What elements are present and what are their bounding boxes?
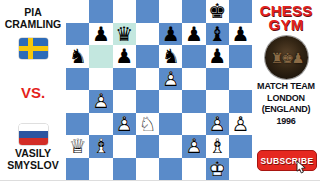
white-pawn-g3: ♟♙ [208, 114, 226, 134]
square-a8 [66, 0, 89, 23]
square-f6 [182, 45, 205, 68]
square-c3: ♟♙ [113, 113, 136, 136]
white-pawn-b4: ♟♙ [92, 91, 110, 111]
square-b6 [89, 45, 112, 68]
event-info: MATCH TEAM LONDON (ENGLAND) 1996 [252, 81, 320, 127]
square-d2 [136, 135, 159, 158]
square-a5 [66, 68, 89, 91]
square-f7: ♟ [182, 23, 205, 46]
square-f5 [182, 68, 205, 91]
black-pawn-b7: ♟ [92, 24, 110, 44]
square-a2: ♛♕ [66, 135, 89, 158]
sweden-flag-icon [19, 38, 48, 59]
white-queen-a2: ♛♕ [69, 136, 87, 156]
square-h1 [229, 158, 252, 181]
square-a6: ♞ [66, 45, 89, 68]
square-c7: ♛ [113, 23, 136, 46]
white-bishop-b2: ♝♗ [92, 136, 110, 156]
square-g8: ♚ [206, 0, 229, 23]
square-f4 [182, 90, 205, 113]
square-d1 [136, 158, 159, 181]
square-e3 [159, 113, 182, 136]
player-top-name-line1: PIA [0, 6, 66, 18]
square-e4 [159, 90, 182, 113]
event-line-1: MATCH TEAM [252, 81, 320, 93]
right-panel: CHESS GYM ♜♚♟ MATCH TEAM LONDON (ENGLAND… [252, 0, 320, 180]
square-d3: ♞♘ [136, 113, 159, 136]
white-pawn-h3: ♟♙ [231, 114, 249, 134]
square-g1: ♚♔ [206, 158, 229, 181]
square-a3 [66, 113, 89, 136]
left-panel: PIA CRAMLING VS. VASILY SMYSLOV [0, 0, 66, 180]
black-pawn-e7: ♟ [162, 24, 180, 44]
square-e7: ♟ [159, 23, 182, 46]
russia-stripe-blue [19, 131, 48, 138]
player-top-name-line2: CRAMLING [0, 18, 66, 30]
square-g2: ♝♗ [206, 135, 229, 158]
white-pawn-f2: ♟♙ [185, 136, 203, 156]
square-e1 [159, 158, 182, 181]
square-d7 [136, 23, 159, 46]
black-knight-a6: ♞ [69, 46, 87, 66]
event-line-3: (ENGLAND) [252, 104, 320, 116]
player-bottom-name-line2: SMYSLOV [0, 159, 66, 171]
square-b8 [89, 0, 112, 23]
square-b4: ♟♙ [89, 90, 112, 113]
square-c8 [113, 0, 136, 23]
square-b1 [89, 158, 112, 181]
square-f1 [182, 158, 205, 181]
white-pawn-e5: ♟♙ [162, 69, 180, 89]
square-h8 [229, 0, 252, 23]
square-e2 [159, 135, 182, 158]
square-d6 [136, 45, 159, 68]
square-c4 [113, 90, 136, 113]
square-h6 [229, 45, 252, 68]
square-h3: ♟♙ [229, 113, 252, 136]
logo-piece-glyphs: ♜♚♟ [271, 50, 303, 66]
event-line-2: LONDON [252, 93, 320, 105]
player-bottom-name-line1: VASILY [0, 147, 66, 159]
square-c1 [113, 158, 136, 181]
square-a7 [66, 23, 89, 46]
square-c2 [113, 135, 136, 158]
square-g6: ♟ [206, 45, 229, 68]
square-b3 [89, 113, 112, 136]
square-d5 [136, 68, 159, 91]
cursor-icon [296, 161, 308, 174]
square-c6: ♟ [113, 45, 136, 68]
chess-board: ♚♟♛♟♟♝♟♞♟♞♟♟♙♟♙♟♙♞♘♟♙♟♙♛♕♝♗♟♙♝♗♚♔ [66, 0, 252, 180]
white-knight-d3: ♞♘ [138, 114, 156, 134]
square-e8 [159, 0, 182, 23]
square-a1 [66, 158, 89, 181]
black-knight-e6: ♞ [162, 46, 180, 66]
black-bishop-g7: ♝ [208, 24, 226, 44]
white-bishop-g2: ♝♗ [208, 136, 226, 156]
square-h2 [229, 135, 252, 158]
white-pawn-c3: ♟♙ [115, 114, 133, 134]
square-h7: ♟ [229, 23, 252, 46]
square-g3: ♟♙ [206, 113, 229, 136]
square-g5 [206, 68, 229, 91]
event-line-4: 1996 [252, 116, 320, 128]
chess-pieces-logo-icon: ♜♚♟ [265, 36, 308, 79]
square-d4 [136, 90, 159, 113]
black-pawn-f7: ♟ [185, 24, 203, 44]
russia-flag-icon [19, 124, 48, 145]
square-d8 [136, 0, 159, 23]
square-e5: ♟♙ [159, 68, 182, 91]
square-g7: ♝ [206, 23, 229, 46]
square-b7: ♟ [89, 23, 112, 46]
channel-name-line2: GYM [252, 18, 320, 32]
black-pawn-c6: ♟ [115, 46, 133, 66]
black-pawn-h7: ♟ [231, 24, 249, 44]
channel-name: CHESS GYM [252, 4, 320, 32]
black-queen-c7: ♛ [115, 24, 133, 44]
square-a4 [66, 90, 89, 113]
square-f8 [182, 0, 205, 23]
player-bottom-name: VASILY SMYSLOV [0, 147, 66, 171]
square-e6: ♞ [159, 45, 182, 68]
square-h4 [229, 90, 252, 113]
sweden-cross-horizontal [19, 46, 48, 51]
player-top-name: PIA CRAMLING [0, 6, 66, 30]
square-b5 [89, 68, 112, 91]
square-g4 [206, 90, 229, 113]
square-b2: ♝♗ [89, 135, 112, 158]
russia-stripe-red [19, 138, 48, 145]
russia-stripe-white [19, 124, 48, 131]
subscribe-button[interactable]: SUBSCRIBE [257, 150, 317, 171]
square-f2: ♟♙ [182, 135, 205, 158]
black-pawn-g6: ♟ [208, 46, 226, 66]
square-h5 [229, 68, 252, 91]
black-king-g8: ♚ [208, 1, 226, 21]
square-c5 [113, 68, 136, 91]
video-thumbnail: PIA CRAMLING VS. VASILY SMYSLOV ♚♟♛♟♟♝♟♞… [0, 0, 320, 180]
square-f3 [182, 113, 205, 136]
white-king-g1: ♚♔ [208, 159, 226, 179]
vs-label: VS. [0, 84, 66, 101]
